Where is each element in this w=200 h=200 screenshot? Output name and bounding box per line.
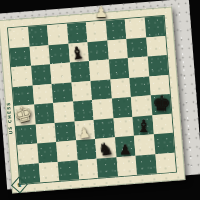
square-b4 [34, 103, 55, 124]
square-f4 [111, 97, 132, 118]
piece-black-bishop-d7: ♝ [69, 44, 87, 63]
square-b3 [35, 122, 56, 143]
square-b7 [29, 45, 50, 66]
square-g5 [129, 76, 150, 97]
square-a8 [8, 27, 29, 48]
square-e3 [94, 118, 115, 139]
square-c4 [53, 102, 74, 123]
piece-black-king-h4: ♚ [152, 93, 172, 115]
piece-white-king-a4: ♚ [11, 102, 34, 127]
vinyl-chess-board: US CHESS ♞ ♝♚♚♟♝♞♟ ♟ [0, 6, 186, 193]
square-d1 [77, 158, 98, 179]
square-a2 [17, 143, 38, 164]
square-g7 [126, 37, 147, 58]
square-d8 [66, 22, 87, 43]
square-g1 [135, 154, 156, 175]
square-g8 [125, 18, 146, 39]
square-d5 [71, 81, 92, 102]
piece-black-knight-e2: ♞ [96, 140, 114, 159]
square-g6 [128, 57, 149, 78]
square-c5 [52, 82, 73, 103]
square-h8 [144, 16, 165, 37]
square-b8 [28, 25, 49, 46]
square-c6 [50, 63, 71, 84]
square-h1 [155, 152, 176, 173]
square-h3 [152, 113, 173, 134]
chess-board-photo: US CHESS ♞ ♝♚♚♟♝♞♟ ♟ [0, 0, 200, 200]
square-d6 [70, 61, 91, 82]
square-e4 [92, 98, 113, 119]
square-g2 [134, 134, 155, 155]
square-e2: ♞ [95, 137, 116, 158]
square-h6 [147, 55, 168, 76]
square-b6 [31, 64, 52, 85]
square-e6 [89, 60, 110, 81]
square-a7 [10, 46, 31, 67]
square-a4: ♚ [14, 105, 35, 126]
piece-black-bishop-g3: ♝ [136, 118, 151, 135]
square-c8 [47, 24, 68, 45]
piece-white-pawn-on-border: ♟ [94, 5, 108, 20]
square-f1 [116, 155, 137, 176]
square-g4 [131, 95, 152, 116]
square-e7 [87, 40, 108, 61]
square-g3: ♝ [132, 115, 153, 136]
square-c7 [49, 43, 70, 64]
square-f2: ♟ [114, 136, 135, 157]
square-c3 [55, 121, 76, 142]
square-h7 [146, 36, 167, 57]
piece-black-pawn-f2: ♟ [119, 142, 132, 156]
square-e5 [90, 79, 111, 100]
piece-white-pawn-d3: ♟ [77, 125, 91, 141]
square-h2 [153, 133, 174, 154]
square-c1 [58, 160, 79, 181]
board-grid: ♝♚♚♟♝♞♟ [7, 15, 177, 185]
square-h4: ♚ [150, 94, 171, 115]
square-b2 [37, 142, 58, 163]
square-d4 [73, 100, 94, 121]
square-b5 [32, 84, 53, 105]
square-d7: ♝ [68, 42, 89, 63]
square-f8 [105, 19, 126, 40]
square-f5 [110, 78, 131, 99]
square-d3: ♟ [74, 119, 95, 140]
square-e8 [86, 21, 107, 42]
square-c2 [56, 140, 77, 161]
square-f6 [108, 58, 129, 79]
square-d2 [76, 139, 97, 160]
square-b1 [38, 161, 59, 182]
knight-logo-icon: ♞ [17, 182, 23, 188]
square-a6 [11, 66, 32, 87]
square-f3 [113, 116, 134, 137]
square-f7 [107, 39, 128, 60]
